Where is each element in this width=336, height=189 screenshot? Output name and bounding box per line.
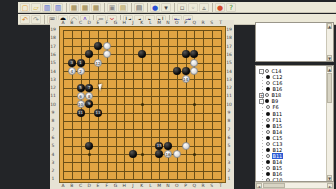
black-stone-P16[interactable] <box>182 50 190 58</box>
white-move-icon <box>266 130 270 134</box>
tree-node-B15[interactable]: B15 <box>266 165 283 171</box>
coord-number-right: 18 <box>224 35 234 40</box>
white-stone-C14[interactable]: 2 <box>77 67 85 75</box>
save-all-icon[interactable]: ▥ <box>53 3 63 12</box>
white-stone-E15[interactable]: 12 <box>94 59 102 67</box>
black-stone-C15[interactable]: 1 <box>77 59 85 67</box>
black-move-icon <box>265 99 269 103</box>
grid-line <box>63 113 222 114</box>
black-stone-N5[interactable] <box>164 142 172 150</box>
white-stone-C11[interactable]: 6 <box>77 92 85 100</box>
black-stone-C12[interactable]: 5 <box>77 84 85 92</box>
coord-number-right: 17 <box>224 44 234 49</box>
black-stone-B15[interactable]: 3 <box>68 59 76 67</box>
toolbar-separator <box>212 3 213 12</box>
grid-line <box>221 30 222 180</box>
coord-number-right: 16 <box>224 52 234 57</box>
black-stone-O14[interactable] <box>173 67 181 75</box>
toolbar-separator <box>174 3 175 12</box>
black-move-icon <box>266 136 270 140</box>
coord-number-left: 18 <box>48 35 58 40</box>
coord-number-right: 8 <box>224 118 234 123</box>
info-icon[interactable]: ● <box>215 3 225 12</box>
coord-number-right: 12 <box>224 85 234 90</box>
board-9-icon[interactable]: ▦ <box>91 3 101 12</box>
tree-scrollbar[interactable]: ▲ ▼ <box>326 66 333 181</box>
white-stone-P5[interactable] <box>182 142 190 150</box>
tree-node-label: F11 <box>272 117 283 123</box>
grid-line <box>63 179 222 180</box>
coord-number-right: 5 <box>224 143 234 148</box>
coord-number-left: 7 <box>48 127 58 132</box>
toolbar-separator <box>131 3 132 12</box>
coord-letter-bottom: T <box>216 183 226 188</box>
tree-node-F11[interactable]: F11 <box>266 117 283 123</box>
coord-number-right: 3 <box>224 160 234 165</box>
coord-number-left: 5 <box>48 143 58 148</box>
black-stone-M5[interactable]: 15 <box>155 142 163 150</box>
white-stone-Q15[interactable] <box>190 59 198 67</box>
tree-scroll-thumb[interactable] <box>327 73 332 103</box>
black-move-icon <box>266 148 270 152</box>
redo-icon[interactable]: ↷ <box>31 15 41 24</box>
toolbar-separator <box>104 3 105 12</box>
grid-line <box>203 30 204 180</box>
coord-number-left: 13 <box>48 77 58 82</box>
board-19-icon[interactable]: ▦ <box>69 3 79 12</box>
white-move-icon <box>265 93 269 97</box>
white-stone-N4[interactable]: 16 <box>164 150 172 158</box>
help-icon[interactable]: ? <box>226 3 236 12</box>
coord-number-right: 10 <box>224 102 234 107</box>
white-move-icon <box>266 81 270 85</box>
black-move-icon <box>266 160 270 164</box>
coord-number-right: 9 <box>224 110 234 115</box>
black-stone-P14[interactable] <box>182 67 190 75</box>
white-stone-F17[interactable] <box>103 42 111 50</box>
coord-number-right: 2 <box>224 168 234 173</box>
expand-icon[interactable]: + <box>259 93 264 98</box>
tree-guide-line <box>262 71 263 181</box>
coord-number-left: 16 <box>48 52 58 57</box>
white-move-icon <box>266 105 270 109</box>
go-editor-window: ▢▱▥▥▦▦▦▣▤▤●▾▫◦▵●? ↶↷▣●○A≡×|◂◂▸▸|⇤⇥ AABBC… <box>0 0 336 189</box>
grid-line <box>151 30 152 180</box>
scroll-right-icon[interactable]: ▸ <box>327 183 333 188</box>
white-stone-O4[interactable] <box>173 150 181 158</box>
toolbar-separator <box>44 15 45 24</box>
save-icon[interactable]: ▥ <box>42 3 52 12</box>
black-stone-D12[interactable]: 7 <box>85 84 93 92</box>
black-move-icon <box>266 172 270 176</box>
black-move-icon <box>266 124 270 128</box>
board-13-icon[interactable]: ▦ <box>80 3 90 12</box>
coord-number-left: 6 <box>48 135 58 140</box>
paste-icon[interactable]: ▤ <box>118 3 128 12</box>
coord-number-left: 2 <box>48 168 58 173</box>
board-document: AABBCCDDEEFFGGHHJJKKLLMMNNOOPPQQRRSSTT19… <box>50 20 234 189</box>
coord-number-left: 10 <box>48 102 58 107</box>
undo-icon[interactable]: ↶ <box>20 15 30 24</box>
toolbar-separator <box>66 3 67 12</box>
grid-line <box>63 162 222 163</box>
coord-number-right: 4 <box>224 152 234 157</box>
coord-number-left: 14 <box>48 69 58 74</box>
stone-tool-icon[interactable]: ● <box>150 3 160 12</box>
white-stone-P13[interactable]: 14 <box>182 75 190 83</box>
coord-number-right: 14 <box>224 69 234 74</box>
coord-letter-top: T <box>216 20 226 25</box>
coord-number-left: 1 <box>48 176 58 181</box>
mark-circle-icon[interactable]: ◦ <box>188 3 198 12</box>
open-icon[interactable]: ▱ <box>31 3 41 12</box>
coord-number-left: 11 <box>48 93 58 98</box>
tree-hscroll-thumb[interactable] <box>263 183 285 188</box>
black-stone-J4[interactable] <box>129 150 137 158</box>
print-icon[interactable]: ▤ <box>134 3 144 12</box>
scroll-left-icon[interactable]: ◂ <box>256 183 262 188</box>
coord-number-right: 11 <box>224 93 234 98</box>
coord-number-left: 15 <box>48 60 58 65</box>
white-move-icon <box>265 69 269 73</box>
white-move-icon <box>266 142 270 146</box>
white-stone-B14[interactable]: 4 <box>68 67 76 75</box>
black-stone-E9[interactable]: 13 <box>94 109 102 117</box>
copy-icon[interactable]: ▣ <box>107 3 117 12</box>
star-point <box>141 103 144 106</box>
coord-number-right: 1 <box>224 176 234 181</box>
coord-number-left: 4 <box>48 152 58 157</box>
mark-triangle-icon[interactable]: ▵ <box>199 3 209 12</box>
star-point <box>141 153 144 156</box>
coord-number-left: 19 <box>48 27 58 32</box>
grid-line <box>212 30 213 180</box>
mark-square-icon[interactable]: ▫ <box>177 3 187 12</box>
grid-line <box>63 171 222 172</box>
collapse-icon[interactable]: - <box>259 99 264 104</box>
white-stone-C10[interactable]: 10 <box>77 100 85 108</box>
white-move-icon <box>266 118 270 122</box>
game-tree-panel[interactable]: -C14C12C16B16+B18-B9F6B11F11B15B14C15C13… <box>255 65 334 182</box>
coord-number-left: 9 <box>48 110 58 115</box>
white-move-icon <box>266 166 270 170</box>
comment-panel[interactable]: ▲ ▼ <box>255 22 334 62</box>
white-move-icon <box>266 154 270 158</box>
collapse-icon[interactable]: - <box>259 69 264 74</box>
scroll-down-icon[interactable]: ▼ <box>327 175 332 181</box>
black-move-icon <box>266 87 270 91</box>
coord-number-right: 19 <box>224 27 234 32</box>
toolbar-main: ▢▱▥▥▦▦▦▣▤▤●▾▫◦▵●? <box>18 2 336 13</box>
coord-number-left: 8 <box>48 118 58 123</box>
coord-number-right: 7 <box>224 127 234 132</box>
scroll-down-icon[interactable]: ▼ <box>327 55 332 61</box>
tree-hscrollbar[interactable]: ◂ ▸ <box>255 182 334 189</box>
coord-number-right: 15 <box>224 60 234 65</box>
toolbar-separator <box>147 3 148 12</box>
grid-line <box>63 137 222 138</box>
coord-number-right: 13 <box>224 77 234 82</box>
black-move-icon <box>266 75 270 79</box>
coord-number-left: 12 <box>48 85 58 90</box>
grid-line <box>63 121 222 122</box>
stone-tool-dropdown-icon[interactable]: ▾ <box>161 3 171 12</box>
comment-scrollbar[interactable]: ▲ ▼ <box>326 23 333 61</box>
grid-line <box>63 129 222 130</box>
scroll-up-icon[interactable]: ▲ <box>327 23 332 29</box>
tree-node-label: B15 <box>272 165 284 171</box>
scroll-up-icon[interactable]: ▲ <box>327 66 332 72</box>
black-stone-D5[interactable] <box>85 142 93 150</box>
black-move-icon <box>266 112 270 116</box>
black-stone-C9[interactable]: 11 <box>77 109 85 117</box>
coord-number-left: 3 <box>48 160 58 165</box>
coord-number-left: 17 <box>48 44 58 49</box>
coord-number-right: 6 <box>224 135 234 140</box>
new-icon[interactable]: ▢ <box>20 3 30 12</box>
